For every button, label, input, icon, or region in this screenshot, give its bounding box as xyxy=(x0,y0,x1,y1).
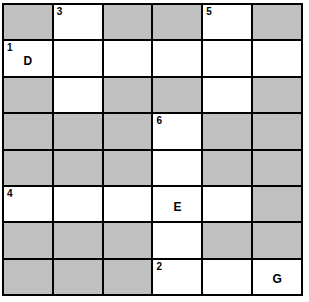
cell-r5c1-block xyxy=(4,151,52,185)
cell-r6c2[interactable] xyxy=(54,187,102,221)
cell-r3c6-block xyxy=(253,78,301,112)
cell-r2c5[interactable] xyxy=(203,41,251,75)
cell-r1c3-block xyxy=(104,5,152,39)
cell-r3c2[interactable] xyxy=(54,78,102,112)
cell-r5c6-block xyxy=(253,151,301,185)
cell-r2c3[interactable] xyxy=(104,41,152,75)
cell-r1c4-block xyxy=(153,5,201,39)
cell-r4c4[interactable]: 6 xyxy=(153,114,201,148)
cell-letter: E xyxy=(153,187,201,221)
cell-r5c2-block xyxy=(54,151,102,185)
cell-r2c1[interactable]: 1D xyxy=(4,41,52,75)
cell-letter: G xyxy=(253,260,301,294)
cell-r7c2-block xyxy=(54,223,102,257)
clue-number: 5 xyxy=(206,6,212,18)
cell-r1c2[interactable]: 3 xyxy=(54,5,102,39)
cell-r5c4[interactable] xyxy=(153,151,201,185)
cell-r8c3-block xyxy=(104,260,152,294)
cell-r8c5[interactable] xyxy=(203,260,251,294)
cell-r4c6-block xyxy=(253,114,301,148)
cell-r7c3-block xyxy=(104,223,152,257)
cell-r3c4-block xyxy=(153,78,201,112)
cell-r3c1-block xyxy=(4,78,52,112)
cell-r2c6[interactable] xyxy=(253,41,301,75)
cell-r6c1[interactable]: 4 xyxy=(4,187,52,221)
crossword-board: 351D64E2G xyxy=(2,3,303,296)
cell-r6c6-block xyxy=(253,187,301,221)
cell-letter: D xyxy=(4,41,52,75)
cell-r8c1-block xyxy=(4,260,52,294)
cell-r6c4[interactable]: E xyxy=(153,187,201,221)
cell-r6c3[interactable] xyxy=(104,187,152,221)
cell-r2c2[interactable] xyxy=(54,41,102,75)
cell-r4c1-block xyxy=(4,114,52,148)
cell-r8c2-block xyxy=(54,260,102,294)
clue-number: 6 xyxy=(156,115,162,127)
cell-r7c5-block xyxy=(203,223,251,257)
cell-r8c6[interactable]: G xyxy=(253,260,301,294)
cell-r4c5-block xyxy=(203,114,251,148)
cell-r1c1-block xyxy=(4,5,52,39)
cell-r7c4[interactable] xyxy=(153,223,201,257)
cell-r5c3-block xyxy=(104,151,152,185)
clue-number: 3 xyxy=(57,6,63,18)
cell-r3c5[interactable] xyxy=(203,78,251,112)
cell-r4c2-block xyxy=(54,114,102,148)
cell-r2c4[interactable] xyxy=(153,41,201,75)
cell-r7c1-block xyxy=(4,223,52,257)
crossword-screenshot: 351D64E2G xyxy=(0,0,309,302)
cell-r5c5-block xyxy=(203,151,251,185)
cell-r1c6-block xyxy=(253,5,301,39)
clue-number: 2 xyxy=(156,261,162,273)
clue-number: 4 xyxy=(7,188,13,200)
cell-r3c3-block xyxy=(104,78,152,112)
cell-r7c6-block xyxy=(253,223,301,257)
cell-r4c3-block xyxy=(104,114,152,148)
cell-r6c5[interactable] xyxy=(203,187,251,221)
cell-r1c5[interactable]: 5 xyxy=(203,5,251,39)
cell-r8c4[interactable]: 2 xyxy=(153,260,201,294)
